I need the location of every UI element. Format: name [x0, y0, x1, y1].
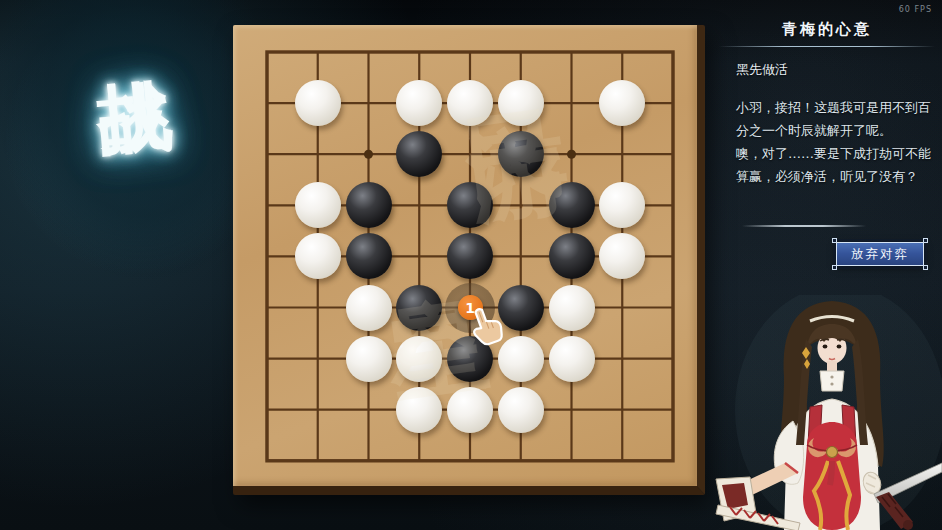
title-underline — [719, 46, 935, 47]
stone-white — [346, 336, 392, 382]
stone-white — [549, 336, 595, 382]
stone-white — [295, 80, 341, 126]
stone-white — [549, 285, 595, 331]
stone-white — [346, 285, 392, 331]
challenge-calligraphy: 挑战 — [88, 19, 165, 26]
stone-white — [498, 387, 544, 433]
puzzle-objective: 黑先做活 — [736, 61, 942, 79]
resign-button[interactable]: 放弃对弈 — [836, 242, 924, 266]
stone-black — [447, 182, 493, 228]
character-portrait — [690, 295, 942, 530]
corner-ornament — [832, 265, 837, 270]
corner-ornament — [923, 238, 928, 243]
corner-ornament — [832, 238, 837, 243]
panel-divider — [742, 225, 866, 227]
stone-black — [346, 233, 392, 279]
stone-white — [396, 387, 442, 433]
stone-black — [549, 182, 595, 228]
stone-white — [295, 182, 341, 228]
click-hand-cursor — [463, 306, 505, 348]
stone-black — [498, 131, 544, 177]
corner-ornament — [923, 265, 928, 270]
resign-button-label: 放弃对弈 — [851, 246, 909, 263]
stone-white — [295, 233, 341, 279]
game-screen: { "hud": { "fps": "60 FPS", "challenge_l… — [0, 0, 942, 530]
puzzle-title: 青梅的心意 — [712, 20, 942, 39]
stone-white — [498, 80, 544, 126]
puzzle-panel: 青梅的心意 黑先做活 小羽，接招！这题我可是用不到百分之一个时辰就解开了呢。 噢… — [712, 0, 942, 300]
go-board[interactable]: 游民 星空 1 — [233, 25, 705, 495]
stone-black — [396, 285, 442, 331]
challenge-banner: 挑战 — [20, 0, 240, 280]
stone-white — [447, 80, 493, 126]
stone-black — [346, 182, 392, 228]
stone-black — [549, 233, 595, 279]
npc-dialogue: 小羽，接招！这题我可是用不到百分之一个时辰就解开了呢。 噢，对了……要是下成打劫… — [736, 96, 936, 188]
stone-white — [447, 387, 493, 433]
stone-white — [396, 336, 442, 382]
